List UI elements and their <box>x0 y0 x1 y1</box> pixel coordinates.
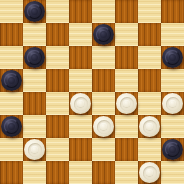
square-b4[interactable] <box>23 92 46 115</box>
square-h1 <box>161 161 184 184</box>
square-e3[interactable] <box>92 115 115 138</box>
square-a5[interactable] <box>0 69 23 92</box>
white-man[interactable] <box>116 93 137 114</box>
square-d4[interactable] <box>69 92 92 115</box>
square-a7[interactable] <box>0 23 23 46</box>
black-man[interactable] <box>1 116 22 137</box>
checkers-board <box>0 0 184 184</box>
square-b3 <box>23 115 46 138</box>
square-b6[interactable] <box>23 46 46 69</box>
square-f1 <box>115 161 138 184</box>
square-c6 <box>46 46 69 69</box>
square-e1[interactable] <box>92 161 115 184</box>
square-g8 <box>138 0 161 23</box>
square-g2 <box>138 138 161 161</box>
square-h7 <box>161 23 184 46</box>
black-man[interactable] <box>162 139 183 160</box>
white-man[interactable] <box>139 162 160 183</box>
square-d2[interactable] <box>69 138 92 161</box>
square-c8 <box>46 0 69 23</box>
square-g7[interactable] <box>138 23 161 46</box>
square-f4[interactable] <box>115 92 138 115</box>
square-h5 <box>161 69 184 92</box>
black-man[interactable] <box>1 70 22 91</box>
square-d5 <box>69 69 92 92</box>
square-h4[interactable] <box>161 92 184 115</box>
square-e2 <box>92 138 115 161</box>
white-man[interactable] <box>139 116 160 137</box>
square-b1 <box>23 161 46 184</box>
white-man[interactable] <box>24 139 45 160</box>
square-f8[interactable] <box>115 0 138 23</box>
black-man[interactable] <box>24 1 45 22</box>
white-man[interactable] <box>70 93 91 114</box>
square-b8[interactable] <box>23 0 46 23</box>
square-c2 <box>46 138 69 161</box>
square-h8[interactable] <box>161 0 184 23</box>
square-h3 <box>161 115 184 138</box>
square-c3[interactable] <box>46 115 69 138</box>
white-man[interactable] <box>93 116 114 137</box>
square-f3 <box>115 115 138 138</box>
square-h2[interactable] <box>161 138 184 161</box>
square-b5 <box>23 69 46 92</box>
square-f6[interactable] <box>115 46 138 69</box>
square-e4 <box>92 92 115 115</box>
black-man[interactable] <box>24 47 45 68</box>
square-h6[interactable] <box>161 46 184 69</box>
square-a1[interactable] <box>0 161 23 184</box>
square-a4 <box>0 92 23 115</box>
white-man[interactable] <box>162 93 183 114</box>
square-e6 <box>92 46 115 69</box>
square-d7 <box>69 23 92 46</box>
square-e5[interactable] <box>92 69 115 92</box>
square-a3[interactable] <box>0 115 23 138</box>
square-d3 <box>69 115 92 138</box>
square-a2 <box>0 138 23 161</box>
black-man[interactable] <box>93 24 114 45</box>
square-e8 <box>92 0 115 23</box>
square-b7 <box>23 23 46 46</box>
square-f7 <box>115 23 138 46</box>
square-d1 <box>69 161 92 184</box>
square-a8 <box>0 0 23 23</box>
square-d8[interactable] <box>69 0 92 23</box>
square-f2[interactable] <box>115 138 138 161</box>
square-f5 <box>115 69 138 92</box>
square-c5[interactable] <box>46 69 69 92</box>
square-g6 <box>138 46 161 69</box>
black-man[interactable] <box>162 47 183 68</box>
square-a6 <box>0 46 23 69</box>
square-g3[interactable] <box>138 115 161 138</box>
square-g1[interactable] <box>138 161 161 184</box>
square-g5[interactable] <box>138 69 161 92</box>
square-e7[interactable] <box>92 23 115 46</box>
square-d6[interactable] <box>69 46 92 69</box>
square-b2[interactable] <box>23 138 46 161</box>
square-c1[interactable] <box>46 161 69 184</box>
square-c7[interactable] <box>46 23 69 46</box>
square-g4 <box>138 92 161 115</box>
square-c4 <box>46 92 69 115</box>
